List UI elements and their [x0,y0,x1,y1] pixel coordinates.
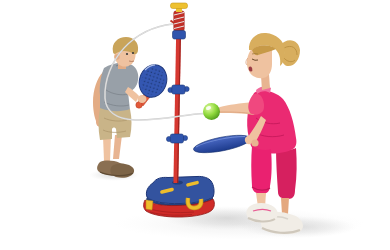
swingball-base [144,176,215,217]
ball [203,103,220,120]
boy-eye-left [126,53,128,55]
girl-pants-back-leg [276,148,297,199]
base-lid [146,176,214,203]
swingball-product-photo [0,0,390,250]
girl-paddle-blade [192,132,252,156]
cord-exit-nub [171,21,175,24]
scene-illustration [0,0,390,250]
girl-back-shin [281,198,289,214]
boy-eye-right [132,52,134,54]
boy-hand [138,95,147,103]
boy-player [93,37,171,178]
pole-cap [171,3,188,9]
pole-collar-lower [166,134,187,143]
boy-mouth [129,61,134,62]
base-latch [146,200,153,210]
girl-pants-front-leg [251,146,271,194]
girl-hand-lower [251,139,258,146]
swingball-pole [166,3,189,183]
pole-collar-upper [173,31,186,40]
boy-paddle [135,61,171,108]
tether-ball [203,103,220,120]
ground-shadows [89,169,365,240]
boy-left-leg [103,136,111,161]
boy-right-leg [113,135,122,159]
girl-paddle [192,132,252,156]
pole-collar-middle [168,85,189,94]
